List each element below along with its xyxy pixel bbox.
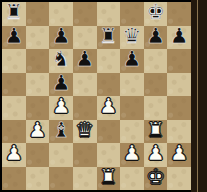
square-d6[interactable]: ♟ bbox=[73, 49, 97, 73]
square-g8[interactable]: ♚ bbox=[144, 2, 168, 26]
square-c4[interactable]: ♟ bbox=[49, 96, 73, 120]
white-pawn-c4[interactable]: ♟ bbox=[52, 96, 71, 117]
square-a6[interactable] bbox=[2, 49, 26, 73]
square-f8[interactable] bbox=[120, 2, 144, 26]
square-a4[interactable] bbox=[2, 96, 26, 120]
square-g3[interactable]: ♜ bbox=[144, 120, 168, 144]
white-pawn-b3[interactable]: ♟ bbox=[28, 120, 47, 141]
square-b5[interactable] bbox=[26, 73, 50, 97]
square-d8[interactable] bbox=[73, 2, 97, 26]
square-g7[interactable]: ♟ bbox=[144, 26, 168, 50]
white-queen-d3[interactable]: ♛ bbox=[75, 120, 94, 141]
square-e5[interactable] bbox=[97, 73, 121, 97]
square-b7[interactable] bbox=[26, 26, 50, 50]
black-pawn-c7[interactable]: ♟ bbox=[52, 26, 71, 47]
black-rook-e7[interactable]: ♜ bbox=[99, 26, 118, 47]
square-c5[interactable]: ♟ bbox=[49, 73, 73, 97]
window-background-strip bbox=[191, 0, 207, 192]
square-b2[interactable] bbox=[26, 143, 50, 167]
square-h4[interactable] bbox=[167, 96, 191, 120]
square-a5[interactable] bbox=[2, 73, 26, 97]
white-king-g1[interactable]: ♚ bbox=[146, 167, 165, 188]
square-e4[interactable]: ♟ bbox=[97, 96, 121, 120]
square-f3[interactable] bbox=[120, 120, 144, 144]
square-c7[interactable]: ♟ bbox=[49, 26, 73, 50]
square-d1[interactable] bbox=[73, 167, 97, 191]
square-d5[interactable] bbox=[73, 73, 97, 97]
square-c1[interactable] bbox=[49, 167, 73, 191]
square-b1[interactable] bbox=[26, 167, 50, 191]
square-e8[interactable] bbox=[97, 2, 121, 26]
square-g6[interactable] bbox=[144, 49, 168, 73]
square-b6[interactable] bbox=[26, 49, 50, 73]
square-g5[interactable] bbox=[144, 73, 168, 97]
white-rook-g3[interactable]: ♜ bbox=[146, 120, 165, 141]
white-pawn-a2[interactable]: ♟ bbox=[4, 143, 23, 164]
square-h1[interactable] bbox=[167, 167, 191, 191]
square-e6[interactable] bbox=[97, 49, 121, 73]
square-e3[interactable] bbox=[97, 120, 121, 144]
black-pawn-h7[interactable]: ♟ bbox=[170, 26, 189, 47]
square-c3[interactable]: ♝ bbox=[49, 120, 73, 144]
square-d2[interactable] bbox=[73, 143, 97, 167]
square-d3[interactable]: ♛ bbox=[73, 120, 97, 144]
square-a3[interactable] bbox=[2, 120, 26, 144]
square-h6[interactable] bbox=[167, 49, 191, 73]
square-c6[interactable]: ♞ bbox=[49, 49, 73, 73]
black-pawn-g7[interactable]: ♟ bbox=[146, 26, 165, 47]
black-king-g8[interactable]: ♚ bbox=[146, 2, 165, 23]
square-h8[interactable] bbox=[167, 2, 191, 26]
black-knight-c6[interactable]: ♞ bbox=[52, 49, 71, 70]
square-f6[interactable]: ♟ bbox=[120, 49, 144, 73]
black-rook-a8[interactable]: ♜ bbox=[4, 2, 23, 23]
square-f5[interactable] bbox=[120, 73, 144, 97]
black-pawn-d6[interactable]: ♟ bbox=[75, 49, 94, 70]
square-g1[interactable]: ♚ bbox=[144, 167, 168, 191]
chess-board: ♜♚♟♟♜♛♟♟♞♟♟♟♟♟♟♝♛♜♟♟♟♟♜♚ bbox=[2, 2, 191, 190]
square-a7[interactable]: ♟ bbox=[2, 26, 26, 50]
white-pawn-f2[interactable]: ♟ bbox=[123, 143, 142, 164]
square-b3[interactable]: ♟ bbox=[26, 120, 50, 144]
white-rook-e1[interactable]: ♜ bbox=[99, 167, 118, 188]
square-f7[interactable]: ♛ bbox=[120, 26, 144, 50]
square-b8[interactable] bbox=[26, 2, 50, 26]
chess-board-window: ♜♚♟♟♜♛♟♟♞♟♟♟♟♟♟♝♛♜♟♟♟♟♜♚ bbox=[0, 0, 207, 192]
square-f2[interactable]: ♟ bbox=[120, 143, 144, 167]
black-pawn-c5[interactable]: ♟ bbox=[52, 73, 71, 94]
square-a8[interactable]: ♜ bbox=[2, 2, 26, 26]
square-h7[interactable]: ♟ bbox=[167, 26, 191, 50]
square-e2[interactable] bbox=[97, 143, 121, 167]
square-g4[interactable] bbox=[144, 96, 168, 120]
square-c2[interactable] bbox=[49, 143, 73, 167]
white-pawn-e4[interactable]: ♟ bbox=[99, 96, 118, 117]
white-pawn-g2[interactable]: ♟ bbox=[146, 143, 165, 164]
square-d4[interactable] bbox=[73, 96, 97, 120]
square-h3[interactable] bbox=[167, 120, 191, 144]
black-pawn-a7[interactable]: ♟ bbox=[4, 26, 23, 47]
square-e7[interactable]: ♜ bbox=[97, 26, 121, 50]
black-bishop-c3[interactable]: ♝ bbox=[52, 120, 71, 141]
window-edge-line bbox=[197, 0, 198, 192]
square-c8[interactable] bbox=[49, 2, 73, 26]
square-a2[interactable]: ♟ bbox=[2, 143, 26, 167]
square-h5[interactable] bbox=[167, 73, 191, 97]
square-e1[interactable]: ♜ bbox=[97, 167, 121, 191]
square-g2[interactable]: ♟ bbox=[144, 143, 168, 167]
square-f1[interactable] bbox=[120, 167, 144, 191]
white-pawn-h2[interactable]: ♟ bbox=[170, 143, 189, 164]
square-a1[interactable] bbox=[2, 167, 26, 191]
black-pawn-f6[interactable]: ♟ bbox=[123, 49, 142, 70]
square-f4[interactable] bbox=[120, 96, 144, 120]
square-d7[interactable] bbox=[73, 26, 97, 50]
black-queen-f7[interactable]: ♛ bbox=[123, 26, 142, 47]
square-b4[interactable] bbox=[26, 96, 50, 120]
square-h2[interactable]: ♟ bbox=[167, 143, 191, 167]
